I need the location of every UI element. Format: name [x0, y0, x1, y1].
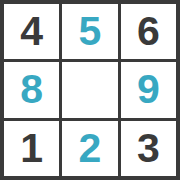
cell-digit: 4 [20, 11, 43, 52]
cell-r1c0[interactable]: 8 [4, 62, 59, 117]
cell-r0c2[interactable]: 6 [121, 4, 176, 59]
cell-r1c2[interactable]: 9 [121, 62, 176, 117]
cell-digit: 8 [20, 69, 43, 110]
cell-r0c0[interactable]: 4 [4, 4, 59, 59]
cell-digit: 9 [137, 69, 160, 110]
sudoku-board: 4 5 6 8 9 1 2 3 [0, 0, 180, 180]
cell-digit: 2 [79, 128, 102, 169]
cell-r1c1[interactable] [62, 62, 117, 117]
cell-r2c2[interactable]: 3 [121, 121, 176, 176]
cell-r0c1[interactable]: 5 [62, 4, 117, 59]
cell-r2c1[interactable]: 2 [62, 121, 117, 176]
cell-digit: 5 [79, 11, 102, 52]
cell-r2c0[interactable]: 1 [4, 121, 59, 176]
cell-digit: 3 [137, 128, 160, 169]
cell-digit: 6 [137, 11, 160, 52]
cell-digit: 1 [20, 128, 43, 169]
